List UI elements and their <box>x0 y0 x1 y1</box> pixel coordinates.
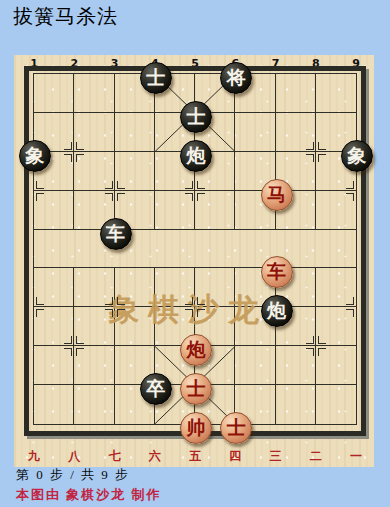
river-watermark: 象棋沙龙 <box>108 289 268 331</box>
board-cell <box>74 152 114 191</box>
piece-black-炮: 炮 <box>180 140 212 172</box>
board-cell <box>155 230 195 269</box>
board-cell <box>34 346 74 385</box>
piece-red-车: 车 <box>261 256 293 288</box>
board-cell <box>115 152 155 191</box>
credit-line: 本图由 象棋沙龙 制作 <box>16 486 162 503</box>
board-cell <box>316 230 356 269</box>
file-label-bottom: 九 <box>28 449 40 463</box>
piece-black-卒: 卒 <box>140 373 172 405</box>
file-label-bottom: 四 <box>229 449 241 463</box>
piece-black-车: 车 <box>100 218 132 250</box>
bottom-file-labels: 九八七六五四三二一 <box>14 449 374 463</box>
board-cell <box>34 385 74 424</box>
board-cell <box>34 191 74 230</box>
file-label-bottom: 一 <box>350 449 362 463</box>
board-cell <box>276 346 316 385</box>
board-cell <box>34 307 74 346</box>
board-cell <box>316 307 356 346</box>
piece-red-炮: 炮 <box>180 334 212 366</box>
board-cell <box>195 191 235 230</box>
board-cell <box>276 113 316 152</box>
piece-black-象: 象 <box>19 140 51 172</box>
piece-red-帅: 帅 <box>180 412 212 444</box>
file-label-bottom: 六 <box>149 449 161 463</box>
file-label-bottom: 七 <box>109 449 121 463</box>
board-cell <box>316 268 356 307</box>
piece-black-将: 将 <box>220 62 252 94</box>
board: 123456789 象棋沙龙 九八七六五四三二一 士将士象炮象马车车炮炮卒士帅士 <box>14 55 374 467</box>
board-cell <box>74 113 114 152</box>
board-cell <box>115 113 155 152</box>
piece-black-象: 象 <box>341 140 373 172</box>
board-cell <box>316 385 356 424</box>
piece-red-马: 马 <box>261 179 293 211</box>
piece-black-士: 士 <box>140 62 172 94</box>
board-cell <box>316 74 356 113</box>
piece-red-士: 士 <box>220 412 252 444</box>
board-cell <box>74 346 114 385</box>
board-cell <box>276 385 316 424</box>
board-cell <box>316 191 356 230</box>
board-cell <box>276 74 316 113</box>
board-cell <box>34 74 74 113</box>
board-cell <box>235 113 275 152</box>
step-counter: 第 0 步 / 共 9 步 <box>16 466 130 483</box>
board-cell <box>316 346 356 385</box>
board-cell <box>74 74 114 113</box>
file-label-bottom: 二 <box>310 449 322 463</box>
board-cell <box>74 385 114 424</box>
page-title: 拔簧马杀法 <box>13 4 118 28</box>
piece-red-士: 士 <box>180 373 212 405</box>
board-cell <box>34 230 74 269</box>
file-label-bottom: 五 <box>189 449 201 463</box>
piece-black-士: 士 <box>180 101 212 133</box>
board-cell <box>235 346 275 385</box>
board-cell <box>195 230 235 269</box>
board-cell <box>155 191 195 230</box>
piece-black-炮: 炮 <box>261 295 293 327</box>
board-cell <box>34 268 74 307</box>
file-label-bottom: 三 <box>270 449 282 463</box>
page: { "game": "xiangqi", "title": "拔簧马杀法", "… <box>0 0 390 507</box>
file-label-bottom: 八 <box>68 449 80 463</box>
